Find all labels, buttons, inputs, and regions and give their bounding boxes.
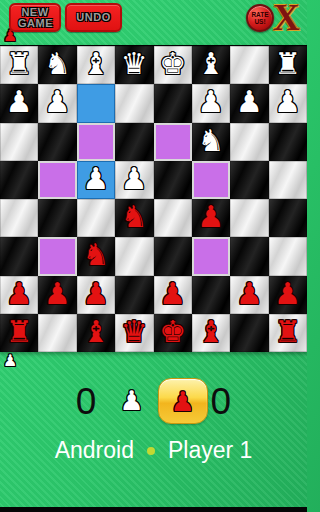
- square-f5[interactable]: [192, 161, 230, 199]
- square-g7[interactable]: ♟: [230, 84, 268, 122]
- captured-by-player1-tray: ♟: [3, 353, 17, 369]
- square-b3[interactable]: [38, 237, 76, 275]
- square-c6[interactable]: [77, 123, 115, 161]
- square-c3[interactable]: ♞: [77, 237, 115, 275]
- square-f3[interactable]: [192, 237, 230, 275]
- square-h3[interactable]: [269, 237, 307, 275]
- undo-button[interactable]: UNDO: [65, 3, 122, 32]
- square-h5[interactable]: [269, 161, 307, 199]
- square-f8[interactable]: ♝: [192, 46, 230, 84]
- player-names-row: Android Player 1: [0, 437, 307, 464]
- square-c1[interactable]: ♝: [77, 314, 115, 352]
- square-b7[interactable]: ♟: [38, 84, 76, 122]
- red-king: ♚: [159, 317, 186, 347]
- square-d2[interactable]: [115, 276, 153, 314]
- square-h8[interactable]: ♜: [269, 46, 307, 84]
- chess-board[interactable]: ♜♞♝♛♚♝♜♟♟♟♟♟♞♟♟♞♟♞♟♟♟♟♟♟♜♝♛♚♝♜: [0, 45, 307, 352]
- white-pawn: ♟: [82, 164, 109, 194]
- square-g4[interactable]: [230, 199, 268, 237]
- square-f1[interactable]: ♝: [192, 314, 230, 352]
- square-b6[interactable]: [38, 123, 76, 161]
- white-pawn: ♟: [274, 87, 301, 117]
- square-b5[interactable]: [38, 161, 76, 199]
- square-a6[interactable]: [0, 123, 38, 161]
- square-b2[interactable]: ♟: [38, 276, 76, 314]
- red-pawn-icon: ♟: [171, 388, 195, 415]
- square-b4[interactable]: [38, 199, 76, 237]
- red-knight: ♞: [82, 240, 109, 270]
- red-pawn: ♟: [6, 279, 33, 309]
- red-bishop: ♝: [82, 317, 109, 347]
- white-pawn: ♟: [198, 87, 225, 117]
- square-g8[interactable]: [230, 46, 268, 84]
- white-pawn: ♟: [236, 87, 263, 117]
- android-score: 0: [76, 383, 97, 420]
- square-g3[interactable]: [230, 237, 268, 275]
- square-a3[interactable]: [0, 237, 38, 275]
- rate-us-label: RATE US!: [250, 11, 270, 25]
- white-pawn: ♟: [6, 87, 33, 117]
- square-e7[interactable]: [154, 84, 192, 122]
- square-d4[interactable]: ♞: [115, 199, 153, 237]
- square-b8[interactable]: ♞: [38, 46, 76, 84]
- player1-score: 0: [211, 383, 232, 420]
- square-a8[interactable]: ♜: [0, 46, 38, 84]
- square-e4[interactable]: [154, 199, 192, 237]
- square-d1[interactable]: ♛: [115, 314, 153, 352]
- square-a7[interactable]: ♟: [0, 84, 38, 122]
- white-knight: ♞: [198, 126, 225, 156]
- top-toolbar: NEW GAME UNDO: [9, 3, 122, 32]
- square-h4[interactable]: [269, 199, 307, 237]
- square-d8[interactable]: ♛: [115, 46, 153, 84]
- square-c7[interactable]: [77, 84, 115, 122]
- red-pawn: ♟: [274, 279, 301, 309]
- white-rook: ♜: [6, 49, 33, 79]
- undo-label: UNDO: [76, 12, 110, 23]
- square-b1[interactable]: [38, 314, 76, 352]
- red-pawn: ♟: [198, 202, 225, 232]
- square-e8[interactable]: ♚: [154, 46, 192, 84]
- turn-indicator-button[interactable]: ♟: [158, 378, 208, 424]
- square-g1[interactable]: [230, 314, 268, 352]
- scoreboard: 0 ♟ ♟ 0: [0, 377, 307, 425]
- white-king: ♚: [159, 49, 186, 79]
- square-g5[interactable]: [230, 161, 268, 199]
- square-e5[interactable]: [154, 161, 192, 199]
- square-d7[interactable]: [115, 84, 153, 122]
- square-d5[interactable]: ♟: [115, 161, 153, 199]
- square-f2[interactable]: [192, 276, 230, 314]
- white-pawn-icon: ♟: [119, 387, 143, 414]
- square-g2[interactable]: ♟: [230, 276, 268, 314]
- square-e2[interactable]: ♟: [154, 276, 192, 314]
- rate-us-badge[interactable]: RATE US!: [246, 4, 274, 32]
- square-c4[interactable]: [77, 199, 115, 237]
- white-pawn: ♟: [44, 87, 71, 117]
- square-f6[interactable]: ♞: [192, 123, 230, 161]
- square-e6[interactable]: [154, 123, 192, 161]
- square-e1[interactable]: ♚: [154, 314, 192, 352]
- red-knight: ♞: [121, 202, 148, 232]
- red-pawn: ♟: [44, 279, 71, 309]
- white-queen: ♛: [121, 49, 148, 79]
- square-c5[interactable]: ♟: [77, 161, 115, 199]
- square-h7[interactable]: ♟: [269, 84, 307, 122]
- square-a5[interactable]: [0, 161, 38, 199]
- white-rook: ♜: [274, 49, 301, 79]
- square-c2[interactable]: ♟: [77, 276, 115, 314]
- white-pawn: ♟: [121, 164, 148, 194]
- square-a1[interactable]: ♜: [0, 314, 38, 352]
- player1-name-label: Player 1: [168, 437, 252, 464]
- square-a4[interactable]: [0, 199, 38, 237]
- dot-separator-icon: [147, 447, 155, 455]
- red-pawn: ♟: [236, 279, 263, 309]
- red-bishop: ♝: [198, 317, 225, 347]
- captured-white-pawn-icon: ♟: [3, 351, 17, 370]
- square-g6[interactable]: [230, 123, 268, 161]
- white-bishop: ♝: [82, 49, 109, 79]
- square-h6[interactable]: [269, 123, 307, 161]
- square-c8[interactable]: ♝: [77, 46, 115, 84]
- new-game-label: NEW GAME: [18, 7, 52, 29]
- red-rook: ♜: [6, 317, 33, 347]
- square-f4[interactable]: ♟: [192, 199, 230, 237]
- red-pawn: ♟: [82, 279, 109, 309]
- square-d3[interactable]: [115, 237, 153, 275]
- square-e3[interactable]: [154, 237, 192, 275]
- square-d6[interactable]: [115, 123, 153, 161]
- square-h1[interactable]: ♜: [269, 314, 307, 352]
- white-bishop: ♝: [198, 49, 225, 79]
- close-icon[interactable]: X: [273, 0, 300, 39]
- new-game-button[interactable]: NEW GAME: [9, 3, 61, 32]
- square-f7[interactable]: ♟: [192, 84, 230, 122]
- white-knight: ♞: [44, 49, 71, 79]
- android-name-label: Android: [55, 437, 134, 464]
- red-pawn: ♟: [159, 279, 186, 309]
- red-rook: ♜: [274, 317, 301, 347]
- bottom-bar: [0, 507, 307, 512]
- square-a2[interactable]: ♟: [0, 276, 38, 314]
- red-queen: ♛: [121, 317, 148, 347]
- square-h2[interactable]: ♟: [269, 276, 307, 314]
